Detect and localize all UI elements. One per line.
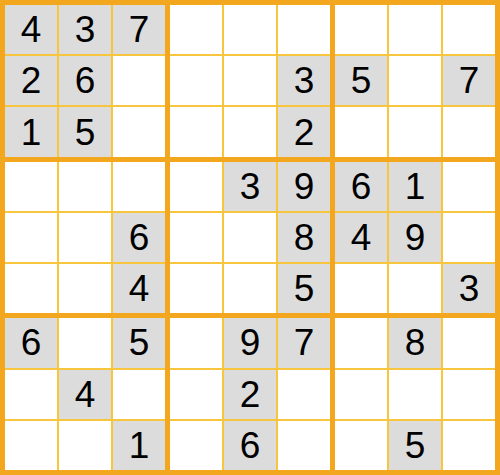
cell-r1c5[interactable] [224, 5, 276, 54]
cell-r8c7[interactable] [335, 370, 387, 419]
cell-r5c5[interactable] [224, 213, 276, 262]
cell-r2c6[interactable]: 3 [278, 56, 330, 105]
cell-r8c2[interactable]: 4 [59, 370, 111, 419]
cell-r1c4[interactable] [170, 5, 222, 54]
cell-r6c7[interactable] [335, 264, 387, 313]
cell-r9c2[interactable] [59, 421, 111, 470]
cell-r9c8[interactable]: 5 [389, 421, 441, 470]
cell-r1c6[interactable] [278, 5, 330, 54]
cell-r7c4[interactable] [170, 318, 222, 367]
cell-r5c4[interactable] [170, 213, 222, 262]
cell-r3c4[interactable] [170, 107, 222, 156]
cell-r5c2[interactable] [59, 213, 111, 262]
cell-r4c6[interactable]: 9 [278, 162, 330, 211]
cell-r3c6[interactable]: 2 [278, 107, 330, 156]
cell-r6c8[interactable] [389, 264, 441, 313]
cell-r3c9[interactable] [443, 107, 495, 156]
cell-r3c2[interactable]: 5 [59, 107, 111, 156]
cell-r4c3[interactable] [113, 162, 165, 211]
cell-r6c5[interactable] [224, 264, 276, 313]
cell-r6c6[interactable]: 5 [278, 264, 330, 313]
cell-r2c7[interactable]: 5 [335, 56, 387, 105]
cell-r8c8[interactable] [389, 370, 441, 419]
cell-r2c5[interactable] [224, 56, 276, 105]
box-r3c1: 6541 [5, 318, 165, 470]
cell-r4c9[interactable] [443, 162, 495, 211]
cell-r3c5[interactable] [224, 107, 276, 156]
cell-r3c7[interactable] [335, 107, 387, 156]
cell-r7c6[interactable]: 7 [278, 318, 330, 367]
cell-r1c2[interactable]: 3 [59, 5, 111, 54]
cell-r8c9[interactable] [443, 370, 495, 419]
cell-r2c1[interactable]: 2 [5, 56, 57, 105]
cell-r7c1[interactable]: 6 [5, 318, 57, 367]
cell-r3c8[interactable] [389, 107, 441, 156]
box-r1c1: 4372615 [5, 5, 165, 157]
cell-r7c3[interactable]: 5 [113, 318, 165, 367]
cell-r7c8[interactable]: 8 [389, 318, 441, 367]
cell-r7c5[interactable]: 9 [224, 318, 276, 367]
box-r3c2: 9726 [170, 318, 330, 470]
cell-r9c1[interactable] [5, 421, 57, 470]
cell-r2c4[interactable] [170, 56, 222, 105]
cell-r5c1[interactable] [5, 213, 57, 262]
cell-r1c7[interactable] [335, 5, 387, 54]
cell-r4c7[interactable]: 6 [335, 162, 387, 211]
cell-r9c7[interactable] [335, 421, 387, 470]
cell-r3c1[interactable]: 1 [5, 107, 57, 156]
box-r1c3: 57 [335, 5, 495, 157]
cell-r9c9[interactable] [443, 421, 495, 470]
cell-r8c1[interactable] [5, 370, 57, 419]
cell-r7c7[interactable] [335, 318, 387, 367]
cell-r7c2[interactable] [59, 318, 111, 367]
cell-r4c4[interactable] [170, 162, 222, 211]
cell-r5c9[interactable] [443, 213, 495, 262]
cell-r9c4[interactable] [170, 421, 222, 470]
cell-r8c4[interactable] [170, 370, 222, 419]
cell-r5c6[interactable]: 8 [278, 213, 330, 262]
cell-r4c8[interactable]: 1 [389, 162, 441, 211]
cell-r6c1[interactable] [5, 264, 57, 313]
cell-r1c1[interactable]: 4 [5, 5, 57, 54]
box-r2c3: 61493 [335, 162, 495, 314]
cell-r2c9[interactable]: 7 [443, 56, 495, 105]
cell-r4c5[interactable]: 3 [224, 162, 276, 211]
cell-r6c9[interactable]: 3 [443, 264, 495, 313]
box-r2c1: 64 [5, 162, 165, 314]
cell-r2c2[interactable]: 6 [59, 56, 111, 105]
cell-r9c3[interactable]: 1 [113, 421, 165, 470]
cell-r1c9[interactable] [443, 5, 495, 54]
box-r2c2: 3985 [170, 162, 330, 314]
box-r1c2: 32 [170, 5, 330, 157]
cell-r5c7[interactable]: 4 [335, 213, 387, 262]
cell-r2c8[interactable] [389, 56, 441, 105]
cell-r5c8[interactable]: 9 [389, 213, 441, 262]
cell-r8c3[interactable] [113, 370, 165, 419]
cell-r5c3[interactable]: 6 [113, 213, 165, 262]
cell-r7c9[interactable] [443, 318, 495, 367]
cell-r2c3[interactable] [113, 56, 165, 105]
cell-r1c3[interactable]: 7 [113, 5, 165, 54]
sudoku-board: 43726153257643985614936541972685 [0, 0, 500, 475]
cell-r4c2[interactable] [59, 162, 111, 211]
cell-r6c2[interactable] [59, 264, 111, 313]
cell-r4c1[interactable] [5, 162, 57, 211]
cell-r9c5[interactable]: 6 [224, 421, 276, 470]
cell-r9c6[interactable] [278, 421, 330, 470]
cell-r1c8[interactable] [389, 5, 441, 54]
cell-r3c3[interactable] [113, 107, 165, 156]
cell-r8c6[interactable] [278, 370, 330, 419]
cell-r6c3[interactable]: 4 [113, 264, 165, 313]
cell-r6c4[interactable] [170, 264, 222, 313]
box-r3c3: 85 [335, 318, 495, 470]
cell-r8c5[interactable]: 2 [224, 370, 276, 419]
